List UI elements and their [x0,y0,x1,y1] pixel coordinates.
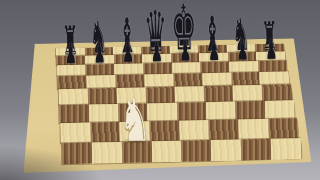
square-a4 [58,89,87,106]
square-d4 [146,87,175,104]
square-g3 [236,101,266,120]
square-c3 [118,103,148,122]
square-e4 [175,86,204,103]
square-e2 [179,120,209,141]
square-b5 [87,75,116,89]
square-f1 [211,139,241,161]
chessboard-photo-scene: ♜♞♝♛♚♝♞♜♟♟♟♟♟♟♟♟♞ [0,0,320,180]
square-a2 [60,123,90,144]
square-c5 [115,74,144,88]
square-a5 [58,76,87,90]
square-h4 [262,84,291,101]
square-f5 [202,73,231,87]
square-b4 [88,88,117,105]
square-h1 [271,138,301,160]
square-a1 [62,143,92,165]
square-g1 [241,139,271,161]
square-b1 [91,142,121,164]
square-f3 [206,102,236,121]
square-h5 [260,71,289,85]
square-b6 [86,64,115,76]
square-h3 [265,100,295,119]
square-e1 [181,140,211,162]
square-c1 [121,141,151,163]
square-f4 [204,86,233,103]
square-d5 [144,74,173,88]
square-c4 [117,87,146,104]
square-c6 [114,63,143,75]
square-e3 [177,102,207,121]
square-d6 [143,63,172,75]
square-g4 [233,85,262,102]
square-d2 [149,121,179,142]
square-a6 [57,65,86,77]
square-e5 [173,73,202,87]
square-g2 [238,119,268,140]
square-h6 [258,60,287,72]
square-f2 [209,119,239,140]
square-h2 [268,118,298,139]
square-a3 [59,105,89,124]
square-d1 [151,141,181,163]
square-b2 [90,122,120,143]
square-f6 [201,62,230,74]
square-c2 [120,121,150,142]
square-d3 [147,103,177,122]
board-group: ♜♞♝♛♚♝♞♜♟♟♟♟♟♟♟♟♞ [0,0,320,180]
square-g6 [229,61,258,73]
square-b3 [89,104,119,123]
square-g5 [231,72,260,86]
square-e6 [172,62,201,74]
